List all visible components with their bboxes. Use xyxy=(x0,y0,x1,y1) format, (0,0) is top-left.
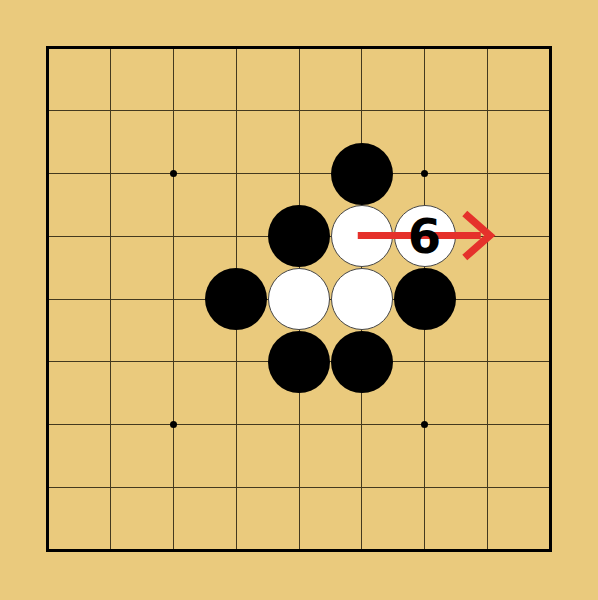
board-cell xyxy=(142,330,205,393)
board-cell xyxy=(17,330,80,393)
board-cell xyxy=(393,456,456,519)
board-cell xyxy=(456,79,519,142)
board-cell xyxy=(456,330,519,393)
board-cell xyxy=(205,456,268,519)
board-cell xyxy=(142,79,205,142)
board-cell xyxy=(330,393,393,456)
board-cell xyxy=(205,79,268,142)
go-diagram: 6 xyxy=(0,0,598,600)
board-cell xyxy=(142,268,205,331)
board-cell xyxy=(330,79,393,142)
board-cell xyxy=(519,268,582,331)
board-cell xyxy=(79,268,142,331)
board-cell xyxy=(330,519,393,582)
board-cell xyxy=(142,205,205,268)
stone-black xyxy=(331,331,393,393)
board-cell xyxy=(142,17,205,80)
board-cell xyxy=(268,79,331,142)
board-cell xyxy=(330,142,393,205)
stone-black xyxy=(205,268,267,330)
stone-black xyxy=(331,143,393,205)
board-cell xyxy=(268,17,331,80)
board-cell xyxy=(79,456,142,519)
board-cell xyxy=(142,456,205,519)
board-cell xyxy=(519,330,582,393)
board-cell xyxy=(393,142,456,205)
board-cell xyxy=(79,79,142,142)
board-cell xyxy=(79,330,142,393)
board-cell xyxy=(330,268,393,331)
board-cell xyxy=(456,17,519,80)
board-cell xyxy=(268,519,331,582)
board-cell xyxy=(205,142,268,205)
board-cell xyxy=(330,17,393,80)
board-cell xyxy=(519,519,582,582)
board-cell xyxy=(519,142,582,205)
board-cell xyxy=(456,268,519,331)
board-cell xyxy=(79,17,142,80)
board-cell xyxy=(268,330,331,393)
board-cell xyxy=(519,79,582,142)
board-cell xyxy=(268,456,331,519)
board-cell xyxy=(456,456,519,519)
stone-white xyxy=(268,268,330,330)
board-cell xyxy=(205,393,268,456)
board-cell xyxy=(17,142,80,205)
board-cell xyxy=(393,79,456,142)
board-cell xyxy=(519,393,582,456)
stone-black xyxy=(268,205,330,267)
board-cell xyxy=(205,519,268,582)
board-cell xyxy=(17,456,80,519)
stone-white xyxy=(331,205,393,267)
board-cell xyxy=(393,268,456,331)
board-cell xyxy=(17,268,80,331)
board-cell xyxy=(17,17,80,80)
board-cell xyxy=(519,205,582,268)
board-cell xyxy=(79,205,142,268)
board-cell xyxy=(268,268,331,331)
board-cell xyxy=(393,17,456,80)
board-cell xyxy=(205,330,268,393)
board-cell xyxy=(268,393,331,456)
board-cell xyxy=(456,519,519,582)
board-cell xyxy=(456,142,519,205)
board-cell xyxy=(142,519,205,582)
board-cell xyxy=(17,393,80,456)
board-cell xyxy=(456,205,519,268)
board-cell xyxy=(268,142,331,205)
board-cell xyxy=(79,142,142,205)
board-cell xyxy=(205,17,268,80)
board-cell xyxy=(393,519,456,582)
stone-white: 6 xyxy=(394,205,456,267)
board-cell xyxy=(17,79,80,142)
board-cell xyxy=(330,330,393,393)
board-cell xyxy=(17,205,80,268)
board-cell xyxy=(456,393,519,456)
board-cell xyxy=(519,17,582,80)
board-cell xyxy=(393,330,456,393)
stone-black xyxy=(268,331,330,393)
board-cell xyxy=(330,456,393,519)
go-board: 6 xyxy=(17,17,582,582)
board-cell xyxy=(205,268,268,331)
move-number-label: 6 xyxy=(408,212,441,260)
board-cell xyxy=(330,205,393,268)
board-cell xyxy=(17,519,80,582)
board-cell xyxy=(142,142,205,205)
board-cell xyxy=(79,393,142,456)
board-cell: 6 xyxy=(393,205,456,268)
stone-white xyxy=(331,268,393,330)
board-cell xyxy=(142,393,205,456)
stone-black xyxy=(394,268,456,330)
board-cell xyxy=(205,205,268,268)
board-cell xyxy=(519,456,582,519)
board-cell xyxy=(393,393,456,456)
board-cell xyxy=(79,519,142,582)
board-cell xyxy=(268,205,331,268)
